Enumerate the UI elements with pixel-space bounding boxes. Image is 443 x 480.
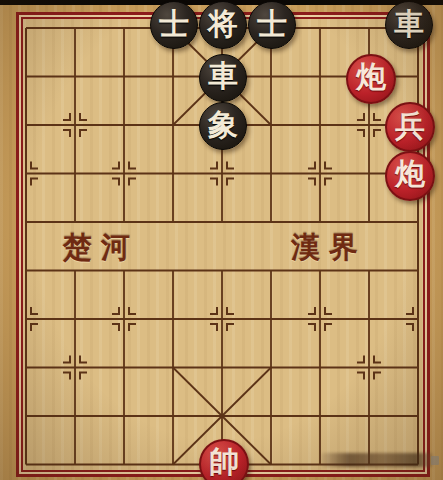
black-advisor-d10-piece[interactable]: 士 <box>150 1 198 49</box>
watermark-smudge <box>321 453 433 467</box>
black-chariot-i10-piece[interactable]: 車 <box>385 1 433 49</box>
red-piece-glyph: 兵 <box>395 106 425 147</box>
black-general-e10-piece[interactable]: 将 <box>199 1 247 49</box>
black-piece-glyph: 車 <box>208 56 238 97</box>
red-piece-glyph: 帥 <box>209 442 239 480</box>
black-piece-glyph: 車 <box>394 4 424 45</box>
black-piece-glyph: 士 <box>159 4 189 45</box>
black-piece-glyph: 将 <box>208 4 238 45</box>
black-chariot-e9-piece[interactable]: 車 <box>199 54 247 102</box>
river-label-right: 漢界 <box>291 225 367 269</box>
red-cannon-h9-piece[interactable]: 炮 <box>346 54 396 104</box>
watermark-speck <box>431 456 439 465</box>
red-piece-glyph: 炮 <box>395 154 425 195</box>
black-advisor-f10-piece[interactable]: 士 <box>248 1 296 49</box>
black-elephant-e8-piece[interactable]: 象 <box>199 102 247 150</box>
red-cannon-i7-piece[interactable]: 炮 <box>385 151 435 201</box>
red-piece-glyph: 炮 <box>356 57 386 98</box>
black-piece-glyph: 士 <box>257 4 287 45</box>
red-pawn-i8-piece[interactable]: 兵 <box>385 102 435 152</box>
black-piece-glyph: 象 <box>208 105 238 146</box>
xiangqi-app: 楚河 漢界 士将士車車炮象兵炮帥 <box>0 0 443 480</box>
river-label-left: 楚河 <box>63 225 139 269</box>
